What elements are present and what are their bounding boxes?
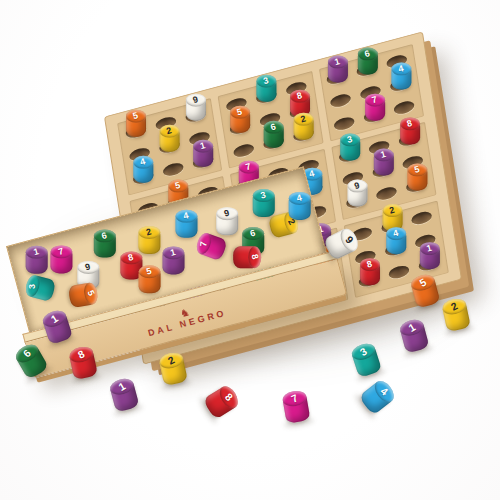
peg-top: 1 [193,140,213,153]
peg-2[interactable]: 2 [160,125,180,152]
board-cell[interactable]: 6 [258,129,288,157]
peg-top: 2 [382,204,402,217]
peg-number: 7 [246,162,253,172]
peg-number: 6 [270,122,277,132]
peg-hole [233,142,255,159]
peg-hole [162,161,184,178]
peg-8[interactable]: 8 [400,118,420,145]
peg-number: 9 [192,95,199,105]
peg-1[interactable]: 1 [374,149,394,176]
peg-number: 4 [397,64,404,74]
peg-top: 6 [242,227,264,240]
peg-number: 7 [199,241,208,247]
peg-5[interactable]: 5 [68,282,99,309]
peg-number: 6 [21,348,33,360]
peg-hole [411,209,433,226]
peg-7[interactable]: 7 [50,245,72,273]
peg-top: 2 [138,226,160,239]
peg-6[interactable]: 6 [358,48,378,75]
peg-number: 4 [140,157,147,167]
peg-number: 1 [33,247,40,257]
peg-number: 4 [183,211,190,221]
peg-1[interactable]: 1 [162,246,184,274]
peg-number: 8 [250,254,260,261]
peg-number: 7 [290,393,300,405]
peg-number: 1 [117,381,127,393]
peg-5[interactable]: 5 [230,106,250,133]
peg-top: 2 [160,125,180,138]
peg-number: 6 [101,231,108,241]
peg-number: 6 [250,229,257,239]
board-cell[interactable]: 2 [288,121,318,149]
peg-6[interactable]: 6 [264,121,284,148]
peg-top: 1 [419,242,439,255]
peg-top: 7 [50,245,72,258]
peg-4[interactable]: 4 [391,63,411,90]
peg-number: 4 [296,193,303,203]
peg-3[interactable]: 3 [257,75,277,102]
peg-number: 8 [297,91,304,101]
peg-number: 3 [28,283,37,288]
peg-2[interactable]: 2 [138,226,160,254]
peg-number: 1 [334,57,341,67]
peg-number: 1 [407,322,417,334]
peg-number: 2 [300,114,307,124]
peg-3[interactable]: 3 [24,274,57,302]
peg-top: 9 [186,94,206,107]
peg-number: 9 [343,234,355,245]
peg-number: 2 [146,227,153,237]
peg-number: 5 [414,165,421,175]
peg-number: 7 [58,247,65,257]
peg-8[interactable]: 8 [233,246,261,268]
peg-5[interactable]: 5 [139,265,161,293]
peg-number: 2 [449,301,459,313]
peg-hole [393,99,415,116]
peg-number: 8 [366,260,373,270]
peg-4[interactable]: 4 [358,378,397,416]
board-cell[interactable]: 4 [128,164,158,192]
peg-1[interactable]: 1 [108,376,139,412]
peg-number: 1 [170,248,177,258]
peg-number: 5 [146,267,153,277]
peg-top: 4 [386,227,406,240]
peg-top: 5 [126,110,146,123]
peg-top: 1 [162,246,184,259]
peg-1[interactable]: 1 [193,140,213,167]
peg-6[interactable]: 6 [94,230,116,258]
peg-top: 3 [253,189,275,202]
peg-number: 6 [364,49,371,59]
peg-3[interactable]: 3 [340,134,360,161]
board-cell[interactable]: 5 [401,172,431,200]
peg-number: 3 [358,346,369,358]
peg-7[interactable]: 7 [365,94,385,121]
peg-hole [333,115,355,132]
peg-7[interactable]: 7 [194,231,228,261]
peg-2[interactable]: 2 [441,297,471,332]
peg-number: 8 [406,119,413,129]
peg-1[interactable]: 1 [26,246,48,274]
peg-top: 1 [26,246,48,259]
peg-top: 1 [328,56,348,69]
peg-3[interactable]: 3 [253,189,275,217]
peg-top: 4 [133,156,153,169]
peg-number: 1 [426,243,433,253]
peg-number: 9 [85,262,92,272]
peg-4[interactable]: 4 [386,227,406,254]
peg-number: 1 [380,150,387,160]
peg-hole [388,264,410,281]
peg-number: 4 [379,386,390,398]
peg-number: 3 [346,135,353,145]
peg-top: 9 [77,261,99,274]
peg-1[interactable]: 1 [419,242,439,269]
board-cell[interactable]: 7 [359,102,389,130]
peg-number: 5 [237,107,244,117]
peg-top: 6 [94,230,116,243]
peg-5[interactable]: 5 [407,164,427,191]
board-cell[interactable]: 8 [354,266,384,294]
peg-7[interactable]: 7 [281,389,310,424]
peg-number: 5 [175,181,182,191]
peg-number: 2 [166,355,176,367]
peg-number: 5 [418,277,428,289]
peg-top: 5 [139,265,161,278]
peg-2[interactable]: 2 [294,113,314,140]
peg-5[interactable]: 5 [126,110,146,137]
peg-top: 9 [216,207,238,220]
peg-number: 1 [49,313,60,325]
peg-8[interactable]: 8 [202,383,241,420]
product-photo-scene: 5924135862164758267543381957412581657248… [0,0,500,500]
peg-number: 5 [86,289,96,297]
peg-4[interactable]: 4 [289,192,311,220]
peg-9[interactable]: 9 [347,180,367,207]
peg-1[interactable]: 1 [328,56,348,83]
peg-number: 2 [166,126,173,136]
peg-4[interactable]: 4 [175,210,197,238]
peg-number: 8 [223,391,234,403]
peg-hole [376,185,398,202]
peg-top: 4 [175,210,197,223]
peg-top: 8 [248,246,261,268]
peg-number: 8 [76,349,86,361]
peg-number: 1 [200,141,207,151]
peg-number: 4 [392,228,399,238]
peg-number: 8 [128,253,135,263]
peg-number: 3 [263,76,270,86]
peg-9[interactable]: 9 [216,207,238,235]
peg-number: 2 [389,205,396,215]
peg-top: 7 [365,94,385,107]
peg-8[interactable]: 8 [360,258,380,285]
peg-top: 4 [391,63,411,76]
board-cell[interactable]: 1 [188,148,218,176]
board-cell[interactable]: 9 [342,188,372,216]
peg-3[interactable]: 3 [350,341,382,378]
peg-hole [330,92,352,109]
peg-number: 5 [132,111,139,121]
peg-top: 4 [289,192,311,205]
peg-4[interactable]: 4 [133,156,153,183]
peg-top: 8 [360,258,380,271]
peg-number: 3 [260,191,267,201]
peg-number: 7 [371,95,378,105]
peg-number: 9 [354,181,361,191]
peg-number: 9 [224,209,231,219]
peg-top: 6 [358,48,378,61]
peg-9[interactable]: 9 [186,94,206,121]
